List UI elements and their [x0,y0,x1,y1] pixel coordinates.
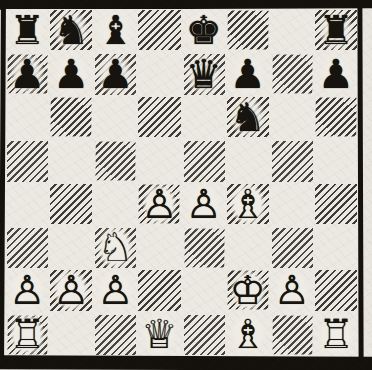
piece-black-pawn-a7: ♟ [9,53,45,96]
piece-black-rook-a8: ♜ [9,9,45,52]
hatch-texture [51,97,92,137]
square-f6: ♞ [226,96,270,139]
square-a5 [5,139,49,182]
square-c1 [93,313,137,356]
square-f3 [226,226,270,269]
square-d8 [137,9,181,52]
square-g3 [270,226,314,269]
piece-black-queen-e7: ♛ [186,53,222,96]
square-c8: ♝ [93,9,137,52]
square-h4 [314,183,358,226]
square-d3 [137,226,181,269]
square-b3 [49,226,93,269]
square-d2 [137,269,181,312]
square-f8 [226,9,270,52]
square-e7: ♛ [182,52,226,95]
square-e1 [182,313,226,356]
piece-black-pawn-b7: ♟ [53,53,89,96]
square-c2: ♙ [93,269,137,312]
hatch-texture [96,142,136,182]
piece-white-pawn-g2: ♙ [274,269,310,312]
piece-black-knight-b8: ♞ [53,9,89,52]
hatch-texture [7,141,48,181]
square-g7 [270,52,314,95]
square-e3 [182,226,226,269]
hatch-texture [184,315,225,355]
square-g1 [270,313,314,356]
piece-white-rook-a1: ♖ [9,313,45,356]
square-f1: ♗ [226,313,270,356]
square-f4: ♗ [226,183,270,226]
square-h5 [314,139,358,182]
square-c5 [93,139,137,182]
square-h1: ♖ [314,313,358,356]
hatch-texture [138,97,180,137]
hatch-texture [95,315,136,355]
square-b7: ♟ [49,52,93,95]
square-b1 [49,313,93,356]
square-a2: ♙ [5,269,49,312]
square-g5 [270,139,314,182]
square-a3 [5,226,49,269]
square-f2: ♔ [226,269,270,312]
square-e6 [182,96,226,139]
hatch-texture [184,228,224,268]
piece-white-king-f2: ♔ [230,269,266,312]
piece-white-rook-h1: ♖ [318,313,354,356]
square-c3: ♘ [93,226,137,269]
square-h8: ♜ [314,9,358,52]
square-d4: ♙ [137,183,181,226]
square-c6 [93,96,137,139]
piece-black-rook-h8: ♜ [318,9,354,52]
hatch-texture [138,10,180,50]
diagram-border-bottom [0,355,372,370]
square-a6 [5,96,49,139]
square-a4 [5,183,49,226]
square-b2: ♙ [49,269,93,312]
square-h6 [314,96,358,139]
square-b6 [49,96,93,139]
piece-white-knight-c3: ♘ [97,226,133,269]
square-b8: ♞ [49,9,93,52]
piece-white-pawn-d4: ♙ [142,183,178,226]
square-d7 [137,52,181,95]
square-a8: ♜ [5,9,49,52]
piece-black-bishop-c8: ♝ [97,9,133,52]
square-f5 [226,139,270,182]
square-e5 [182,139,226,182]
hatch-texture [50,184,92,224]
square-g2: ♙ [270,269,314,312]
hatch-texture [315,184,357,224]
square-d5 [137,139,181,182]
piece-white-pawn-e4: ♙ [186,183,222,226]
hatch-texture [272,315,312,355]
square-a1: ♖ [5,313,49,356]
piece-black-pawn-c7: ♟ [97,53,133,96]
hatch-texture [184,141,225,181]
square-c4 [93,183,137,226]
square-f7: ♟ [226,52,270,95]
square-g4 [270,183,314,226]
piece-black-king-e8: ♚ [186,9,222,52]
piece-black-knight-f6: ♞ [230,96,266,139]
piece-black-pawn-f7: ♟ [230,53,266,96]
hatch-texture [272,141,313,181]
square-a7: ♟ [5,52,49,95]
square-g6 [270,96,314,139]
piece-white-bishop-f1: ♗ [230,313,266,356]
square-h3 [314,226,358,269]
square-c7: ♟ [93,52,137,95]
hatch-texture [272,228,313,268]
square-b4 [49,183,93,226]
piece-white-bishop-f4: ♗ [230,183,266,226]
chess-board: ♜♞♝♚♜♟♟♟♛♟♟♞♙♙♗♘♙♙♙♔♙♖♕♗♖ [5,9,358,356]
piece-white-queen-d1: ♕ [142,313,178,356]
piece-white-pawn-b2: ♙ [53,269,89,312]
hatch-texture [138,270,180,310]
piece-white-pawn-c2: ♙ [97,269,133,312]
square-g8 [270,9,314,52]
hatch-texture [7,228,48,268]
square-b5 [49,139,93,182]
square-e4: ♙ [182,183,226,226]
scanned-page: ♜♞♝♚♜♟♟♟♛♟♟♞♙♙♗♘♙♙♙♔♙♖♕♗♖ [0,0,372,370]
square-h2 [314,269,358,312]
hatch-texture [315,270,357,310]
square-h7: ♟ [314,52,358,95]
hatch-texture [227,10,268,50]
square-d1: ♕ [137,313,181,356]
hatch-texture [315,97,356,137]
piece-white-pawn-a2: ♙ [9,269,45,312]
diagram-border-right [357,4,363,362]
square-e8: ♚ [182,9,226,52]
square-d6 [137,96,181,139]
square-e2 [182,269,226,312]
piece-black-pawn-h7: ♟ [318,53,354,96]
hatch-texture [272,55,312,95]
